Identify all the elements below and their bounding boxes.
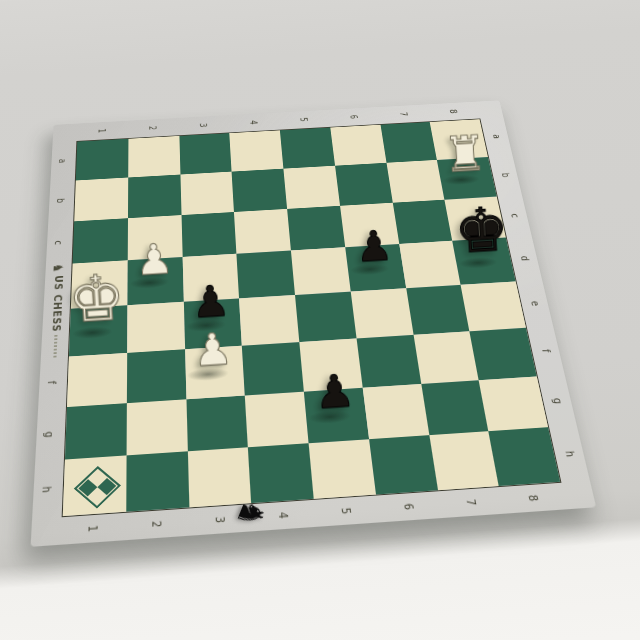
- photo-canvas: ♜♟♟♚♚♟♟♟ 12345678 12345678 abcfgh abcdef…: [0, 0, 640, 640]
- square-b6[interactable]: [335, 163, 392, 206]
- square-g5[interactable]: ♟: [304, 387, 369, 443]
- square-h8[interactable]: [489, 427, 561, 486]
- square-b1[interactable]: [74, 177, 128, 221]
- square-a3[interactable]: [179, 133, 232, 174]
- square-h4[interactable]: [248, 443, 314, 503]
- square-f8[interactable]: [470, 327, 537, 379]
- white-rook-b8[interactable]: ♜: [434, 128, 496, 180]
- uschess-diamond-emblem: [74, 466, 121, 509]
- square-d6[interactable]: ♟: [345, 244, 406, 291]
- square-g1[interactable]: [65, 403, 127, 460]
- square-a4[interactable]: [230, 130, 284, 171]
- black-king-d8[interactable]: ♚: [449, 198, 515, 262]
- black-pawn-d6[interactable]: ♟: [341, 224, 406, 269]
- square-f1[interactable]: [67, 353, 127, 407]
- square-a1[interactable]: [76, 139, 128, 181]
- square-d2[interactable]: ♟: [127, 257, 183, 305]
- black-pawn-g5[interactable]: ♟: [299, 368, 370, 417]
- square-h7[interactable]: [429, 431, 499, 490]
- square-b3[interactable]: [180, 171, 234, 214]
- square-h2[interactable]: [126, 452, 189, 512]
- square-g7[interactable]: [421, 380, 489, 436]
- black-pawn-e3[interactable]: ♟: [177, 279, 245, 326]
- square-f7[interactable]: [413, 331, 479, 384]
- square-a5[interactable]: [280, 128, 335, 169]
- square-h1[interactable]: [63, 456, 126, 516]
- square-e1[interactable]: ♚: [69, 305, 127, 356]
- white-pawn-f3[interactable]: ♟: [178, 326, 248, 374]
- square-g3[interactable]: [186, 395, 248, 452]
- square-c4[interactable]: [234, 209, 291, 254]
- square-f4[interactable]: [242, 342, 304, 395]
- white-pawn-d2[interactable]: ♟: [121, 237, 187, 282]
- white-king-e1[interactable]: ♚: [62, 265, 132, 332]
- square-g4[interactable]: [245, 391, 309, 447]
- square-f2[interactable]: [127, 349, 186, 403]
- square-c1[interactable]: [73, 218, 128, 264]
- square-c3[interactable]: [181, 212, 237, 258]
- square-g6[interactable]: [362, 384, 428, 440]
- square-h5[interactable]: [309, 439, 376, 498]
- chess-board: ♜♟♟♚♚♟♟♟ 12345678 12345678 abcfgh abcdef…: [31, 100, 597, 546]
- square-c5[interactable]: [287, 205, 345, 250]
- square-e7[interactable]: [406, 285, 470, 335]
- square-g8[interactable]: [479, 376, 548, 431]
- square-f3[interactable]: ♟: [185, 345, 245, 398]
- square-e6[interactable]: [350, 288, 413, 338]
- square-d4[interactable]: [237, 251, 295, 299]
- square-d8[interactable]: ♚: [452, 238, 515, 285]
- square-b5[interactable]: [283, 166, 339, 209]
- square-a6[interactable]: [330, 125, 386, 166]
- square-h6[interactable]: [369, 435, 438, 494]
- square-b4[interactable]: [232, 168, 287, 211]
